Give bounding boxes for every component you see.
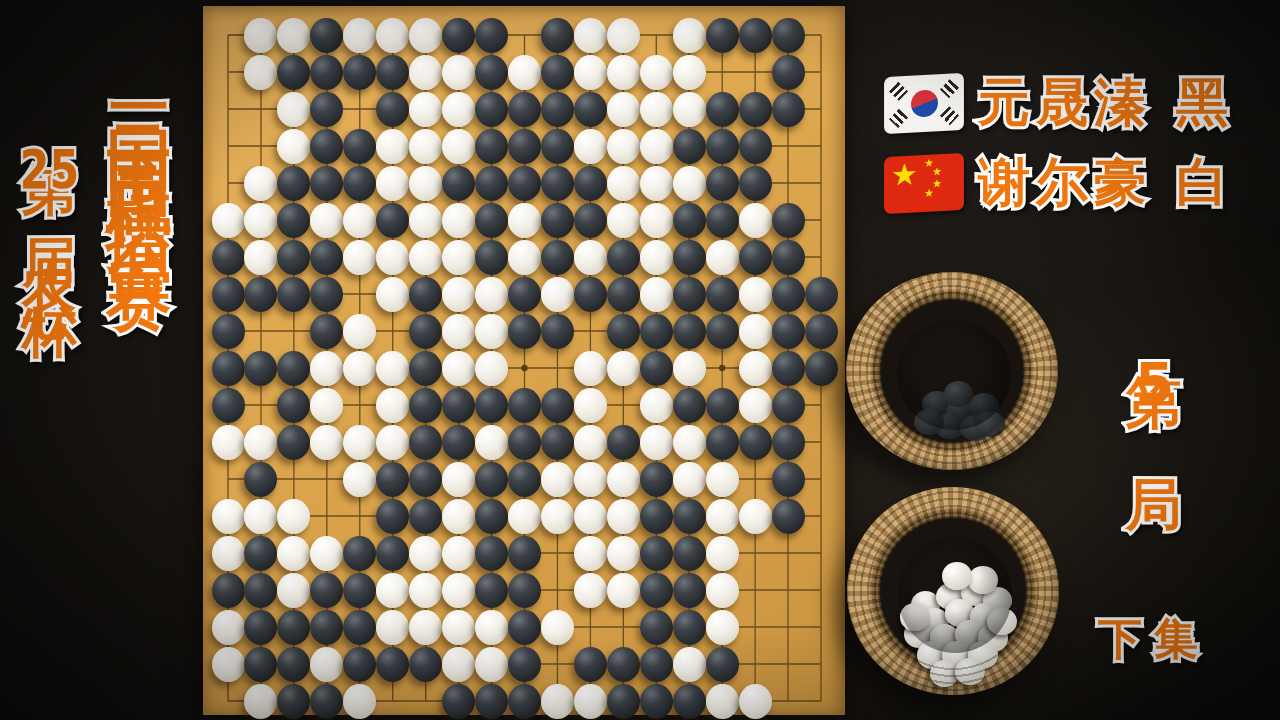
black-stone [310, 92, 343, 127]
black-stone [376, 647, 409, 682]
episode-part-label: 下集 [1098, 610, 1210, 669]
black-stone [640, 314, 673, 349]
white-stone [541, 462, 574, 497]
black-stone [772, 314, 805, 349]
white-stone [607, 55, 640, 90]
white-stone [706, 610, 739, 645]
white-stone [409, 240, 442, 275]
black-stone [574, 647, 607, 682]
white-stone [343, 203, 376, 238]
white-stone [607, 203, 640, 238]
black-stone [475, 462, 508, 497]
black-stone [673, 536, 706, 571]
white-stone [640, 425, 673, 460]
black-color-label: 黑 [1176, 68, 1228, 138]
bowl-white-stone [942, 562, 972, 590]
white-stone [607, 18, 640, 53]
bowl-white-stone [987, 608, 1017, 636]
white-stone [409, 18, 442, 53]
black-stone [475, 55, 508, 90]
black-stone [475, 536, 508, 571]
white-stone [739, 351, 772, 386]
black-stone [805, 277, 838, 312]
black-stone [343, 55, 376, 90]
black-stone [640, 462, 673, 497]
bowl-white-stone [936, 583, 966, 611]
black-stone [310, 610, 343, 645]
bowl-inner-shadow [898, 537, 1013, 654]
bowl-white-stone [983, 587, 1013, 615]
black-stone [607, 240, 640, 275]
white-stone [277, 499, 310, 534]
black-stone [277, 684, 310, 719]
black-stone [310, 129, 343, 164]
white-stone [244, 203, 277, 238]
bowl-white-stone [900, 603, 930, 631]
white-stone [706, 240, 739, 275]
black-stone [442, 425, 475, 460]
black-stone [706, 92, 739, 127]
white-stone [706, 684, 739, 719]
white-stone [673, 425, 706, 460]
black-stone [310, 55, 343, 90]
black-stone [541, 166, 574, 201]
event-title-primary: 三国围棋擂台赛 [94, 52, 184, 234]
white-stone [640, 277, 673, 312]
black-stone [475, 166, 508, 201]
black-stone [475, 573, 508, 608]
black-stone [475, 240, 508, 275]
black-stone [541, 129, 574, 164]
white-stone [376, 18, 409, 53]
black-stone [673, 573, 706, 608]
white-stone-bowl [847, 487, 1059, 695]
white-stone [442, 277, 475, 312]
black-stone [508, 166, 541, 201]
bowl-white-stone [930, 624, 960, 652]
white-stone [739, 684, 772, 719]
black-stone [277, 647, 310, 682]
black-stone [277, 351, 310, 386]
black-stone [673, 388, 706, 423]
black-stone [244, 351, 277, 386]
white-stone [673, 351, 706, 386]
black-stone [508, 92, 541, 127]
black-stone [541, 388, 574, 423]
black-stone [574, 92, 607, 127]
black-stone [376, 536, 409, 571]
white-stone [409, 55, 442, 90]
black-stone [607, 314, 640, 349]
black-stone [574, 203, 607, 238]
black-stone [475, 18, 508, 53]
bowl-inner-shadow [897, 320, 1012, 431]
white-stone [673, 647, 706, 682]
white-stone [508, 240, 541, 275]
white-stone [673, 55, 706, 90]
white-stone [673, 18, 706, 53]
white-stone [541, 610, 574, 645]
black-stone [508, 277, 541, 312]
white-stone [541, 499, 574, 534]
bowl-white-stone [930, 660, 960, 688]
black-stone [277, 277, 310, 312]
white-stone [442, 92, 475, 127]
black-stone [673, 203, 706, 238]
white-stone [475, 351, 508, 386]
white-stone [442, 203, 475, 238]
white-stone [310, 536, 343, 571]
black-stone [475, 129, 508, 164]
black-stone [772, 55, 805, 90]
black-stone [541, 314, 574, 349]
bowl-black-stone [922, 391, 952, 417]
black-stone [277, 240, 310, 275]
black-stone [805, 314, 838, 349]
white-stone [442, 462, 475, 497]
black-stone [310, 240, 343, 275]
white-stone [706, 499, 739, 534]
white-stone [442, 55, 475, 90]
black-stone [212, 240, 245, 275]
player-black-row: 元晟溱 黑 [884, 72, 1228, 134]
black-stone [706, 314, 739, 349]
black-stone [640, 499, 673, 534]
black-stone [409, 647, 442, 682]
white-stone [475, 314, 508, 349]
white-stone [212, 647, 245, 682]
white-stone [607, 462, 640, 497]
black-stone [772, 462, 805, 497]
white-stone [607, 499, 640, 534]
white-stone [640, 55, 673, 90]
black-stone [212, 277, 245, 312]
bowl-white-stone [911, 591, 941, 619]
white-stone [409, 203, 442, 238]
black-stone [772, 203, 805, 238]
black-stone [475, 388, 508, 423]
white-stone [607, 92, 640, 127]
bowl-white-stone [945, 599, 975, 627]
black-stone [706, 388, 739, 423]
black-stone [541, 92, 574, 127]
black-stone [574, 277, 607, 312]
white-stone [409, 573, 442, 608]
white-stone [442, 314, 475, 349]
white-stone [212, 425, 245, 460]
white-stone [574, 499, 607, 534]
bowl-white-stone [919, 608, 949, 636]
taegeuk-icon [911, 89, 938, 117]
white-stone [244, 55, 277, 90]
black-stone [277, 166, 310, 201]
bowl-black-stone [960, 415, 990, 441]
black-player-name: 元晟溱 [978, 68, 1152, 138]
white-stone [442, 573, 475, 608]
white-stone [475, 647, 508, 682]
white-stone [244, 684, 277, 719]
black-stone [541, 203, 574, 238]
black-stone [277, 425, 310, 460]
black-stone [739, 129, 772, 164]
white-stone [409, 129, 442, 164]
white-color-label: 白 [1176, 148, 1228, 218]
white-stone [343, 351, 376, 386]
black-stone [640, 351, 673, 386]
white-stone [706, 536, 739, 571]
black-stone [244, 536, 277, 571]
white-stone [343, 314, 376, 349]
white-stone [277, 536, 310, 571]
white-stone [673, 92, 706, 127]
white-stone [343, 18, 376, 53]
black-stone [706, 277, 739, 312]
white-stone [706, 462, 739, 497]
black-stone [310, 166, 343, 201]
black-stone [739, 92, 772, 127]
white-stone [607, 536, 640, 571]
black-stone [343, 536, 376, 571]
black-stone [772, 277, 805, 312]
white-stone [244, 499, 277, 534]
black-stone [508, 129, 541, 164]
white-stone [310, 351, 343, 386]
black-stone [541, 240, 574, 275]
black-stone [508, 388, 541, 423]
bowl-black-stone [935, 413, 965, 439]
white-stone [442, 536, 475, 571]
event-title-secondary: 第25届农心杯 [12, 120, 85, 284]
game-number-label: 第5局 [1116, 330, 1192, 455]
black-stone [508, 684, 541, 719]
black-stone [772, 499, 805, 534]
black-stone [310, 18, 343, 53]
white-stone [574, 240, 607, 275]
white-stone [343, 462, 376, 497]
white-stone [574, 462, 607, 497]
black-stone [343, 166, 376, 201]
black-stone [706, 203, 739, 238]
black-stone [706, 129, 739, 164]
black-stone [442, 388, 475, 423]
black-stone [739, 18, 772, 53]
white-stone [574, 351, 607, 386]
white-stone [244, 240, 277, 275]
white-stone [574, 425, 607, 460]
white-stone [475, 425, 508, 460]
white-stone [244, 166, 277, 201]
black-stone [640, 684, 673, 719]
black-stone [673, 129, 706, 164]
black-stone [805, 351, 838, 386]
white-stone [607, 129, 640, 164]
white-stone [212, 610, 245, 645]
black-stone [772, 351, 805, 386]
white-stone [343, 240, 376, 275]
white-stone [376, 277, 409, 312]
black-stone [772, 18, 805, 53]
black-stone [376, 499, 409, 534]
bowl-white-stone [968, 641, 998, 669]
white-stone [640, 92, 673, 127]
bowl-white-stone [955, 620, 985, 648]
bowl-white-stone [904, 620, 934, 648]
black-stone [442, 18, 475, 53]
black-stone [442, 166, 475, 201]
black-stone [508, 536, 541, 571]
white-stone [442, 351, 475, 386]
white-stone [376, 351, 409, 386]
black-stone [310, 684, 343, 719]
white-stone [376, 573, 409, 608]
video-frame: 三国围棋擂台赛 第25届农心杯 元晟溱 黑 ★ ★ ★ ★ ★ 谢尔豪 白 第5… [0, 0, 1280, 720]
black-stone [508, 425, 541, 460]
black-stone [409, 425, 442, 460]
go-board [203, 6, 845, 715]
white-stone [706, 573, 739, 608]
white-stone [409, 610, 442, 645]
white-stone [574, 129, 607, 164]
white-stone [739, 499, 772, 534]
bowl-white-stone [970, 603, 1000, 631]
white-stone [343, 425, 376, 460]
white-stone [607, 351, 640, 386]
white-stone [310, 388, 343, 423]
white-stone [277, 129, 310, 164]
black-stone [376, 462, 409, 497]
white-stone [442, 129, 475, 164]
black-stone [739, 240, 772, 275]
south-korea-flag-icon [884, 72, 964, 133]
black-stone [673, 499, 706, 534]
white-stone [574, 573, 607, 608]
white-stone [409, 166, 442, 201]
black-stone [212, 314, 245, 349]
white-stone [277, 573, 310, 608]
black-stone [343, 129, 376, 164]
bowl-black-stone [946, 399, 976, 425]
white-stone [607, 573, 640, 608]
black-stone [277, 610, 310, 645]
white-stone [574, 18, 607, 53]
title-sub-number: 25 [18, 142, 81, 196]
white-stone [475, 610, 508, 645]
white-stone [409, 92, 442, 127]
bowl-white-stone [968, 566, 998, 594]
black-stone [310, 277, 343, 312]
white-stone [640, 388, 673, 423]
black-stone [409, 499, 442, 534]
white-stone [574, 684, 607, 719]
title-sub-suffix: 届农心杯 [18, 196, 81, 284]
black-stone [607, 277, 640, 312]
white-stone [739, 388, 772, 423]
white-stone [343, 684, 376, 719]
black-stone [442, 684, 475, 719]
white-stone [442, 610, 475, 645]
white-stone [541, 277, 574, 312]
white-stone [508, 55, 541, 90]
white-stone [244, 18, 277, 53]
white-stone [310, 203, 343, 238]
black-stone [541, 425, 574, 460]
black-stone [409, 314, 442, 349]
black-stone [706, 18, 739, 53]
white-stone [376, 240, 409, 275]
black-stone [772, 240, 805, 275]
white-stone [739, 314, 772, 349]
bowl-white-stone [942, 641, 972, 669]
black-stone [508, 573, 541, 608]
china-flag-icon: ★ ★ ★ ★ ★ [884, 152, 964, 213]
black-stone [739, 425, 772, 460]
black-stone [673, 314, 706, 349]
black-stone [508, 462, 541, 497]
black-stone [409, 462, 442, 497]
white-stone [475, 277, 508, 312]
bowl-black-stone [914, 409, 944, 435]
black-stone [376, 203, 409, 238]
black-stone [212, 388, 245, 423]
bowl-black-stone [944, 381, 974, 407]
white-stone [508, 499, 541, 534]
white-stone [574, 536, 607, 571]
black-stone [277, 388, 310, 423]
black-stone-bowl [846, 272, 1058, 470]
black-stone [739, 166, 772, 201]
white-stone [310, 647, 343, 682]
white-player-name: 谢尔豪 [978, 148, 1152, 218]
black-stone [607, 647, 640, 682]
white-stone [541, 684, 574, 719]
black-stone [244, 462, 277, 497]
white-stone [376, 425, 409, 460]
bowl-white-stone [917, 641, 947, 669]
white-stone [212, 536, 245, 571]
black-stone [640, 610, 673, 645]
white-stone [376, 610, 409, 645]
white-stone [574, 55, 607, 90]
black-stone [772, 425, 805, 460]
black-stone [640, 536, 673, 571]
bowl-white-stone [955, 658, 985, 686]
bowl-black-stone [975, 411, 1005, 437]
black-stone [706, 647, 739, 682]
white-stone [442, 240, 475, 275]
bowl-white-stone [961, 579, 991, 607]
white-stone [442, 647, 475, 682]
white-stone [673, 462, 706, 497]
black-stone [244, 647, 277, 682]
black-stone [640, 573, 673, 608]
black-stone [640, 647, 673, 682]
white-stone [310, 425, 343, 460]
black-stone [508, 314, 541, 349]
black-stone [475, 203, 508, 238]
black-stone [376, 55, 409, 90]
black-stone [673, 684, 706, 719]
black-stone [343, 610, 376, 645]
white-stone [212, 499, 245, 534]
white-stone [212, 203, 245, 238]
bowl-white-stone [978, 624, 1008, 652]
player-white-row: ★ ★ ★ ★ ★ 谢尔豪 白 [884, 152, 1228, 214]
black-stone [706, 425, 739, 460]
white-stone [508, 203, 541, 238]
black-stone [475, 684, 508, 719]
black-stone [772, 92, 805, 127]
black-stone [212, 351, 245, 386]
